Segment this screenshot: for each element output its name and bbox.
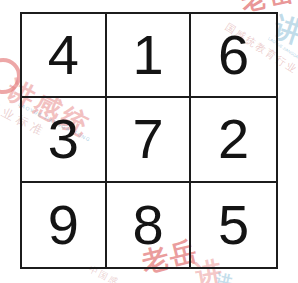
grid-cell-r3c2: 8	[107, 183, 192, 267]
watermark-blue-glyph-bottom: 讲	[214, 270, 234, 283]
grid-cell-r1c3: 6	[191, 14, 276, 98]
grid-cell-r3c1: 9	[22, 183, 107, 267]
grid-cell-r2c1: 3	[22, 98, 107, 182]
watermark-logo-circle	[0, 58, 21, 94]
grid-cell-r3c3: 5	[191, 183, 276, 267]
number-grid: 4 1 6 3 7 2 9 8 5	[20, 12, 278, 269]
grid-cell-r1c2: 1	[107, 14, 192, 98]
worksheet: 讲感统 LAOYUE JIANGGANTONG 行业标准 老岳 讲 国感统教育行…	[0, 0, 298, 283]
grid-cell-r2c2: 7	[107, 98, 192, 182]
grid-cell-r1c1: 4	[22, 14, 107, 98]
grid-cell-r2c3: 2	[191, 98, 276, 182]
